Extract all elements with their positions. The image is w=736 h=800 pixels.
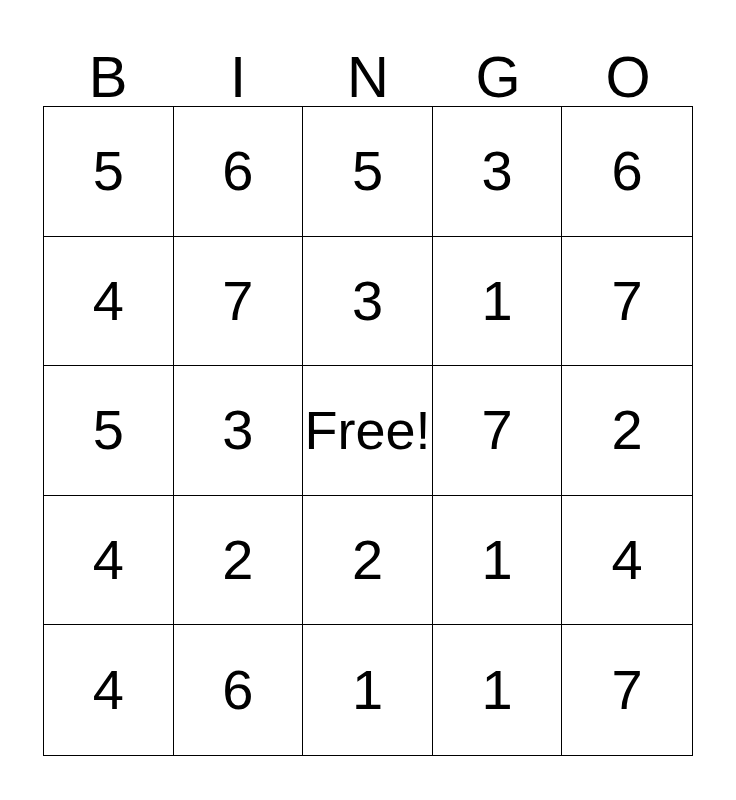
- bingo-cell-r5c5[interactable]: 7: [562, 625, 692, 755]
- bingo-cell-r5c4[interactable]: 1: [433, 625, 563, 755]
- bingo-cell-r2c3[interactable]: 3: [303, 237, 433, 367]
- bingo-cell-r1c1[interactable]: 5: [44, 107, 174, 237]
- bingo-cell-r5c3[interactable]: 1: [303, 625, 433, 755]
- bingo-cell-r4c1[interactable]: 4: [44, 496, 174, 626]
- bingo-cell-r4c2[interactable]: 2: [174, 496, 304, 626]
- bingo-cell-r5c2[interactable]: 6: [174, 625, 304, 755]
- bingo-cell-r4c4[interactable]: 1: [433, 496, 563, 626]
- bingo-header: B I N G O: [43, 0, 693, 106]
- bingo-cell-r3c4[interactable]: 7: [433, 366, 563, 496]
- bingo-cell-r5c1[interactable]: 4: [44, 625, 174, 755]
- bingo-cell-r2c4[interactable]: 1: [433, 237, 563, 367]
- header-letter-i: I: [173, 0, 303, 106]
- bingo-cell-free[interactable]: Free!: [303, 366, 433, 496]
- bingo-grid: 5 6 5 3 6 4 7 3 1 7 5 3 Free! 7 2 4 2 2 …: [43, 106, 693, 756]
- bingo-cell-r4c5[interactable]: 4: [562, 496, 692, 626]
- header-letter-o: O: [563, 0, 693, 106]
- bingo-cell-r4c3[interactable]: 2: [303, 496, 433, 626]
- header-letter-n: N: [303, 0, 433, 106]
- bingo-cell-r1c2[interactable]: 6: [174, 107, 304, 237]
- bingo-cell-r2c5[interactable]: 7: [562, 237, 692, 367]
- bingo-card: B I N G O 5 6 5 3 6 4 7 3 1 7 5 3 Free! …: [43, 0, 693, 756]
- header-letter-g: G: [433, 0, 563, 106]
- bingo-cell-r2c2[interactable]: 7: [174, 237, 304, 367]
- bingo-cell-r3c1[interactable]: 5: [44, 366, 174, 496]
- bingo-cell-r3c2[interactable]: 3: [174, 366, 304, 496]
- bingo-cell-r1c5[interactable]: 6: [562, 107, 692, 237]
- header-letter-b: B: [43, 0, 173, 106]
- bingo-cell-r1c3[interactable]: 5: [303, 107, 433, 237]
- bingo-cell-r1c4[interactable]: 3: [433, 107, 563, 237]
- bingo-cell-r3c5[interactable]: 2: [562, 366, 692, 496]
- bingo-cell-r2c1[interactable]: 4: [44, 237, 174, 367]
